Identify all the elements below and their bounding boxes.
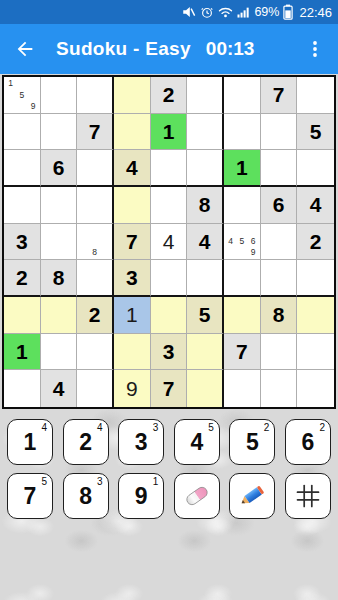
cell-r1c5[interactable]: 2 [151, 77, 188, 114]
cell-r3c5[interactable] [151, 150, 188, 187]
given-digit: 2 [89, 304, 101, 325]
cell-r1c6[interactable] [187, 77, 224, 114]
cell-r6c4[interactable]: 3 [114, 260, 151, 297]
alarm-icon [200, 5, 214, 19]
key-9[interactable]: 91 [118, 473, 164, 519]
cell-r9c6[interactable] [187, 370, 224, 407]
cell-r9c1[interactable] [4, 370, 41, 407]
remaining-count: 1 [153, 476, 159, 487]
cell-r2c4[interactable] [114, 114, 151, 151]
signal-icon [237, 6, 250, 18]
remaining-count: 5 [208, 422, 214, 433]
key-digit: 6 [302, 429, 315, 456]
cell-r1c4[interactable] [114, 77, 151, 114]
status-bar: 69% 22:46 [0, 0, 338, 24]
given-digit: 7 [273, 84, 285, 105]
page-title: Sudoku - Easy [56, 38, 191, 60]
given-digit: 8 [53, 267, 65, 288]
cell-r2c1[interactable] [4, 114, 41, 151]
cell-r2c3[interactable]: 7 [77, 114, 114, 151]
cell-r1c8[interactable]: 7 [261, 77, 298, 114]
cell-r1c2[interactable] [41, 77, 78, 114]
given-digit: 3 [126, 267, 138, 288]
cell-r1c3[interactable] [77, 77, 114, 114]
mute-icon [181, 5, 196, 19]
cell-r6c9[interactable] [297, 260, 334, 297]
cell-r8c2[interactable] [41, 334, 78, 371]
wifi-icon [218, 6, 233, 18]
cell-r7c6[interactable]: 5 [187, 297, 224, 334]
given-digit: 7 [236, 341, 248, 362]
given-digit: 2 [16, 267, 28, 288]
cell-r4c6[interactable]: 8 [187, 187, 224, 224]
cell-r8c7[interactable]: 7 [224, 334, 261, 371]
given-digit: 4 [199, 231, 211, 252]
cell-r4c8[interactable]: 6 [261, 187, 298, 224]
cell-r9c2[interactable]: 4 [41, 370, 78, 407]
given-digit: 7 [89, 121, 101, 142]
cell-r7c9[interactable] [297, 297, 334, 334]
cell-r5c5[interactable]: 4 [151, 224, 188, 261]
remaining-count: 2 [264, 422, 270, 433]
given-digit: 5 [310, 121, 322, 142]
user-digit: 9 [126, 378, 138, 399]
cell-r5c9[interactable]: 2 [297, 224, 334, 261]
given-digit: 3 [163, 341, 175, 362]
key-3[interactable]: 33 [118, 419, 164, 465]
cell-r9c8[interactable] [261, 370, 298, 407]
cell-r7c8[interactable]: 8 [261, 297, 298, 334]
kebab-menu-icon [306, 39, 324, 59]
key-4[interactable]: 45 [174, 419, 220, 465]
cell-r5c7[interactable]: 4569 [224, 224, 261, 261]
cell-r5c6[interactable]: 4 [187, 224, 224, 261]
cell-r8c9[interactable] [297, 334, 334, 371]
given-digit: 3 [16, 231, 28, 252]
cell-r7c5[interactable] [151, 297, 188, 334]
pencil-marks: 8 [78, 225, 111, 259]
given-digit: 1 [163, 121, 175, 142]
given-digit: 6 [273, 194, 285, 215]
grid-icon [294, 482, 322, 510]
cell-r2c7[interactable] [224, 114, 261, 151]
cell-r7c1[interactable] [4, 297, 41, 334]
given-digit: 7 [163, 378, 175, 399]
cell-r9c4[interactable]: 9 [114, 370, 151, 407]
cell-r6c2[interactable]: 8 [41, 260, 78, 297]
remaining-count: 4 [97, 422, 103, 433]
cell-r6c6[interactable] [187, 260, 224, 297]
cell-r1c1[interactable]: 159 [4, 77, 41, 114]
key-5[interactable]: 52 [229, 419, 275, 465]
cell-r3c1[interactable] [4, 150, 41, 187]
cell-r5c1[interactable]: 3 [4, 224, 41, 261]
key-digit: 4 [190, 429, 203, 456]
given-digit: 4 [310, 194, 322, 215]
cell-r4c7[interactable] [224, 187, 261, 224]
cell-r2c8[interactable] [261, 114, 298, 151]
cell-r8c3[interactable] [77, 334, 114, 371]
cell-r4c2[interactable] [41, 187, 78, 224]
key-digit: 1 [24, 429, 37, 456]
cell-r9c9[interactable] [297, 370, 334, 407]
given-digit: 7 [126, 231, 138, 252]
pencil-marks: 159 [5, 78, 39, 112]
key-2[interactable]: 24 [63, 419, 109, 465]
app-bar: Sudoku - Easy 00:13 [0, 24, 338, 74]
keypad-row-1: 142433455262 [7, 419, 331, 465]
key-7[interactable]: 75 [7, 473, 53, 519]
given-digit: 1 [16, 341, 28, 362]
key-1[interactable]: 14 [7, 419, 53, 465]
arrow-left-icon [14, 38, 36, 60]
user-digit: 1 [126, 304, 138, 325]
cell-r1c7[interactable] [224, 77, 261, 114]
cell-r5c3[interactable]: 8 [77, 224, 114, 261]
cell-r4c4[interactable] [114, 187, 151, 224]
cell-r1c9[interactable] [297, 77, 334, 114]
key-digit: 3 [135, 429, 148, 456]
pencil-button[interactable] [229, 473, 275, 519]
cell-r3c2[interactable]: 6 [41, 150, 78, 187]
key-digit: 5 [246, 429, 259, 456]
sudoku-board: 1592771564186438744456922832158137497 [2, 75, 336, 409]
eraser-button[interactable] [174, 473, 220, 519]
cell-r5c2[interactable] [41, 224, 78, 261]
cell-r2c2[interactable] [41, 114, 78, 151]
cell-r3c7[interactable]: 1 [224, 150, 261, 187]
cell-r3c9[interactable] [297, 150, 334, 187]
pencil-icon [237, 481, 267, 511]
eraser-icon [182, 481, 212, 511]
cell-r9c5[interactable]: 7 [151, 370, 188, 407]
given-digit: 2 [310, 231, 322, 252]
cell-r6c7[interactable] [224, 260, 261, 297]
battery-percent: 69% [254, 5, 279, 19]
cell-r7c4[interactable]: 1 [114, 297, 151, 334]
pencil-marks: 4569 [225, 225, 259, 259]
given-digit: 8 [199, 194, 211, 215]
cell-r8c4[interactable] [114, 334, 151, 371]
key-8[interactable]: 83 [63, 473, 109, 519]
cell-r2c5[interactable]: 1 [151, 114, 188, 151]
remaining-count: 4 [41, 422, 47, 433]
cell-r3c3[interactable] [77, 150, 114, 187]
cell-r8c6[interactable] [187, 334, 224, 371]
cell-r7c3[interactable]: 2 [77, 297, 114, 334]
cell-r7c2[interactable] [41, 297, 78, 334]
remaining-count: 5 [41, 476, 47, 487]
cell-r3c4[interactable]: 4 [114, 150, 151, 187]
cell-r3c8[interactable] [261, 150, 298, 187]
cell-r8c5[interactable]: 3 [151, 334, 188, 371]
cell-r6c5[interactable] [151, 260, 188, 297]
cell-r6c8[interactable] [261, 260, 298, 297]
given-digit: 4 [53, 378, 65, 399]
overflow-menu-button[interactable] [306, 39, 324, 59]
grid-button[interactable] [285, 473, 331, 519]
cell-r4c1[interactable] [4, 187, 41, 224]
given-digit: 8 [273, 304, 285, 325]
keypad: 142433455262 758391 [0, 419, 338, 519]
cell-r9c7[interactable] [224, 370, 261, 407]
key-digit: 8 [79, 483, 92, 510]
cell-r8c1[interactable]: 1 [4, 334, 41, 371]
key-6[interactable]: 62 [285, 419, 331, 465]
cell-r4c9[interactable]: 4 [297, 187, 334, 224]
keypad-row-2: 758391 [7, 473, 331, 519]
given-digit: 2 [163, 84, 175, 105]
given-digit: 1 [236, 157, 248, 178]
sudoku-app-screen: 69% 22:46 Sudoku - Easy 00:13 1592771564… [0, 0, 338, 600]
cell-r4c3[interactable] [77, 187, 114, 224]
cell-r6c3[interactable] [77, 260, 114, 297]
cell-r9c3[interactable] [77, 370, 114, 407]
cell-r2c6[interactable] [187, 114, 224, 151]
cell-r4c5[interactable] [151, 187, 188, 224]
remaining-count: 3 [97, 476, 103, 487]
key-digit: 7 [24, 483, 37, 510]
battery-icon [283, 4, 293, 20]
cell-r6c1[interactable]: 2 [4, 260, 41, 297]
cell-r7c7[interactable] [224, 297, 261, 334]
cell-r2c9[interactable]: 5 [297, 114, 334, 151]
key-digit: 9 [135, 483, 148, 510]
clock-text: 22:46 [299, 5, 332, 20]
given-digit: 6 [53, 157, 65, 178]
cell-r5c4[interactable]: 7 [114, 224, 151, 261]
cell-r3c6[interactable] [187, 150, 224, 187]
user-digit: 4 [163, 231, 175, 252]
key-digit: 2 [79, 429, 92, 456]
cell-r5c8[interactable] [261, 224, 298, 261]
back-button[interactable] [14, 38, 36, 60]
cell-r8c8[interactable] [261, 334, 298, 371]
given-digit: 4 [126, 157, 138, 178]
game-timer: 00:13 [206, 38, 255, 60]
remaining-count: 3 [153, 422, 159, 433]
remaining-count: 2 [319, 422, 325, 433]
given-digit: 5 [199, 304, 211, 325]
